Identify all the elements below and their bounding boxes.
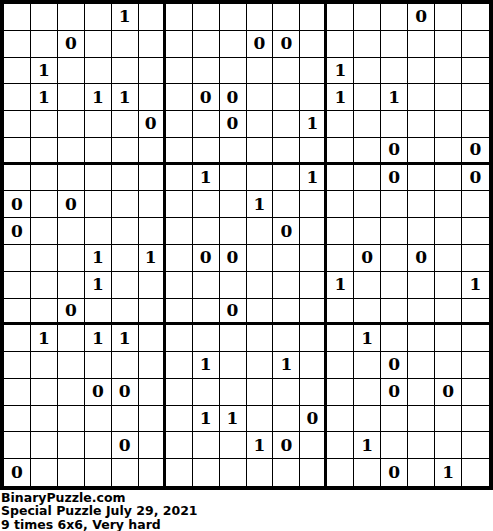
cell-r6c6[interactable] [166,165,193,192]
cell-r14c2[interactable] [58,379,85,406]
cell-r7c17[interactable] [462,191,489,218]
cell-r11c6[interactable] [166,299,193,326]
cell-r5c9[interactable] [247,138,274,165]
cell-r17c5[interactable] [139,459,166,486]
cell-r6c8[interactable] [220,165,247,192]
cell-r0c9[interactable] [247,4,274,31]
cell-r1c17[interactable] [462,31,489,58]
cell-r17c15[interactable] [408,459,435,486]
cell-r0c16[interactable] [435,4,462,31]
cell-r13c15[interactable] [408,352,435,379]
cell-r13c1[interactable] [31,352,58,379]
cell-r10c10[interactable] [273,272,300,299]
cell-r7c2-given: 0 [58,191,85,218]
cell-r8c14[interactable] [381,218,408,245]
cell-r0c1[interactable] [31,4,58,31]
cell-r8c3[interactable] [85,218,112,245]
cell-r2c16[interactable] [435,58,462,85]
cell-r4c0[interactable] [4,111,31,138]
cell-r10c5[interactable] [139,272,166,299]
cell-r12c8[interactable] [220,325,247,352]
cell-r0c4-given: 1 [112,4,139,31]
cell-r7c15[interactable] [408,191,435,218]
cell-r5c2[interactable] [58,138,85,165]
cell-r8c2[interactable] [58,218,85,245]
cell-r13c12[interactable] [327,352,354,379]
cell-r9c11[interactable] [300,245,327,272]
cell-r0c5[interactable] [139,4,166,31]
cell-r3c15[interactable] [408,84,435,111]
cell-r11c3[interactable] [85,299,112,326]
cell-r7c1[interactable] [31,191,58,218]
cell-r7c16[interactable] [435,191,462,218]
cell-r13c3[interactable] [85,352,112,379]
cell-r9c10[interactable] [273,245,300,272]
cell-r9c16[interactable] [435,245,462,272]
cell-r12c13-given: 1 [354,325,381,352]
cell-r2c17[interactable] [462,58,489,85]
cell-r0c6[interactable] [166,4,193,31]
cell-r5c16[interactable] [435,138,462,165]
cell-r9c2[interactable] [58,245,85,272]
cell-r14c12[interactable] [327,379,354,406]
cell-r6c10[interactable] [273,165,300,192]
cell-r12c1-given: 1 [31,325,58,352]
cell-r4c12[interactable] [327,111,354,138]
cell-r5c4[interactable] [112,138,139,165]
cell-r9c12[interactable] [327,245,354,272]
cell-r0c10[interactable] [273,4,300,31]
puzzle-caption: BinaryPuzzle.com Special Puzzle July 29,… [0,490,493,531]
cell-r3c11[interactable] [300,84,327,111]
cell-r14c9[interactable] [247,379,274,406]
cell-r12c17[interactable] [462,325,489,352]
cell-r15c8-given: 1 [220,406,247,433]
cell-r17c4[interactable] [112,459,139,486]
cell-r11c16[interactable] [435,299,462,326]
cell-r0c2[interactable] [58,4,85,31]
cell-r11c1[interactable] [31,299,58,326]
cell-r13c10-given: 1 [273,352,300,379]
cell-r17c6[interactable] [166,459,193,486]
cell-r14c7[interactable] [193,379,220,406]
cell-r0c13[interactable] [354,4,381,31]
cell-r12c3-given: 1 [85,325,112,352]
cell-r1c2-given: 0 [58,31,85,58]
cell-r9c6[interactable] [166,245,193,272]
cell-r12c15[interactable] [408,325,435,352]
cell-r1c0[interactable] [4,31,31,58]
cell-r9c15-given: 0 [408,245,435,272]
cell-r4c13[interactable] [354,111,381,138]
cell-r5c8[interactable] [220,138,247,165]
cell-r13c14-given: 0 [381,352,408,379]
cell-r17c1[interactable] [31,459,58,486]
cell-r3c2[interactable] [58,84,85,111]
cell-r8c13[interactable] [354,218,381,245]
cell-r8c15[interactable] [408,218,435,245]
cell-r3c10[interactable] [273,84,300,111]
cell-r6c17-given: 0 [462,165,489,192]
cell-r1c11[interactable] [300,31,327,58]
cell-r2c8[interactable] [220,58,247,85]
cell-r7c3[interactable] [85,191,112,218]
cell-r10c14[interactable] [381,272,408,299]
cell-r2c14[interactable] [381,58,408,85]
cell-r16c15[interactable] [408,432,435,459]
cell-r10c15[interactable] [408,272,435,299]
cell-r14c17[interactable] [462,379,489,406]
cell-r11c8-given: 0 [220,299,247,326]
cell-r3c16[interactable] [435,84,462,111]
cell-r17c11[interactable] [300,459,327,486]
cell-r2c1-given: 1 [31,58,58,85]
cell-r4c2[interactable] [58,111,85,138]
cell-r4c7[interactable] [193,111,220,138]
cell-r1c15[interactable] [408,31,435,58]
cell-r9c17[interactable] [462,245,489,272]
cell-r0c3[interactable] [85,4,112,31]
caption-difficulty: 9 times 6x6, Very hard [1,518,493,531]
cell-r4c14[interactable] [381,111,408,138]
cell-r17c10[interactable] [273,459,300,486]
cell-r5c17-given: 0 [462,138,489,165]
cell-r12c7[interactable] [193,325,220,352]
cell-r14c1[interactable] [31,379,58,406]
cell-r2c6[interactable] [166,58,193,85]
cell-r15c13[interactable] [354,406,381,433]
cell-r3c8-given: 0 [220,84,247,111]
cell-r7c5[interactable] [139,191,166,218]
cell-r13c9[interactable] [247,352,274,379]
cell-r8c5[interactable] [139,218,166,245]
cell-r1c7[interactable] [193,31,220,58]
cell-r2c10[interactable] [273,58,300,85]
cell-r13c6[interactable] [166,352,193,379]
cell-r1c16[interactable] [435,31,462,58]
cell-r1c6[interactable] [166,31,193,58]
cell-r16c1[interactable] [31,432,58,459]
cell-r8c9[interactable] [247,218,274,245]
cell-r17c3[interactable] [85,459,112,486]
cell-r6c12[interactable] [327,165,354,192]
cell-r7c7[interactable] [193,191,220,218]
cell-r17c2[interactable] [58,459,85,486]
cell-r0c17[interactable] [462,4,489,31]
cell-r11c5[interactable] [139,299,166,326]
cell-r17c17[interactable] [462,459,489,486]
cell-r15c16[interactable] [435,406,462,433]
cell-r6c16[interactable] [435,165,462,192]
cell-r5c3[interactable] [85,138,112,165]
cell-r6c15[interactable] [408,165,435,192]
cell-r7c12[interactable] [327,191,354,218]
cell-r14c5[interactable] [139,379,166,406]
cell-r13c8[interactable] [220,352,247,379]
cell-r11c7[interactable] [193,299,220,326]
cell-r8c7[interactable] [193,218,220,245]
cell-r17c12[interactable] [327,459,354,486]
cell-r12c10[interactable] [273,325,300,352]
puzzle-page: 1000011111001100100110000100110000111001… [0,0,493,531]
cell-r6c5[interactable] [139,165,166,192]
cell-r4c9[interactable] [247,111,274,138]
cell-r11c14[interactable] [381,299,408,326]
cell-r3c17[interactable] [462,84,489,111]
cell-r17c9[interactable] [247,459,274,486]
cell-r5c1[interactable] [31,138,58,165]
cell-r15c5[interactable] [139,406,166,433]
cell-r12c0[interactable] [4,325,31,352]
cell-r9c3-given: 1 [85,245,112,272]
cell-r10c4[interactable] [112,272,139,299]
cell-r13c13[interactable] [354,352,381,379]
cell-r5c13[interactable] [354,138,381,165]
cell-r7c8[interactable] [220,191,247,218]
cell-r11c17[interactable] [462,299,489,326]
cell-r11c13[interactable] [354,299,381,326]
cell-r15c4[interactable] [112,406,139,433]
cell-r14c13[interactable] [354,379,381,406]
cell-r11c15[interactable] [408,299,435,326]
cell-r7c10[interactable] [273,191,300,218]
cell-r6c0[interactable] [4,165,31,192]
cell-r14c11[interactable] [300,379,327,406]
cell-r5c15[interactable] [408,138,435,165]
cell-r8c6[interactable] [166,218,193,245]
cell-r0c11[interactable] [300,4,327,31]
cell-r14c15[interactable] [408,379,435,406]
cell-r7c6[interactable] [166,191,193,218]
cell-r8c16[interactable] [435,218,462,245]
cell-r10c8[interactable] [220,272,247,299]
cell-r1c5[interactable] [139,31,166,58]
cell-r11c4[interactable] [112,299,139,326]
cell-r2c3[interactable] [85,58,112,85]
cell-r10c13[interactable] [354,272,381,299]
cell-r9c0[interactable] [4,245,31,272]
cell-r16c8[interactable] [220,432,247,459]
cell-r8c11[interactable] [300,218,327,245]
cell-r10c7[interactable] [193,272,220,299]
cell-r6c2[interactable] [58,165,85,192]
cell-r3c0[interactable] [4,84,31,111]
cell-r8c1[interactable] [31,218,58,245]
cell-r6c13[interactable] [354,165,381,192]
cell-r15c10[interactable] [273,406,300,433]
cell-r9c9[interactable] [247,245,274,272]
cell-r15c2[interactable] [58,406,85,433]
cell-r3c1-given: 1 [31,84,58,111]
cell-r15c11-given: 0 [300,406,327,433]
cell-r1c14[interactable] [381,31,408,58]
cell-r9c14[interactable] [381,245,408,272]
cell-r13c5[interactable] [139,352,166,379]
cell-r16c14[interactable] [381,432,408,459]
cell-r14c10[interactable] [273,379,300,406]
cell-r13c16[interactable] [435,352,462,379]
cell-r6c1[interactable] [31,165,58,192]
cell-r12c2[interactable] [58,325,85,352]
cell-r12c4-given: 1 [112,325,139,352]
cell-r3c6[interactable] [166,84,193,111]
cell-r4c10[interactable] [273,111,300,138]
cell-r2c15[interactable] [408,58,435,85]
cell-r5c7[interactable] [193,138,220,165]
cell-r16c17[interactable] [462,432,489,459]
cell-r9c4[interactable] [112,245,139,272]
cell-r16c5[interactable] [139,432,166,459]
cell-r6c4[interactable] [112,165,139,192]
cell-r5c12[interactable] [327,138,354,165]
cell-r5c0[interactable] [4,138,31,165]
cell-r2c5[interactable] [139,58,166,85]
cell-r14c0[interactable] [4,379,31,406]
cell-r11c10[interactable] [273,299,300,326]
cell-r1c1[interactable] [31,31,58,58]
cell-r4c6[interactable] [166,111,193,138]
cell-r8c17[interactable] [462,218,489,245]
cell-r7c14[interactable] [381,191,408,218]
cell-r8c4[interactable] [112,218,139,245]
cell-r1c3[interactable] [85,31,112,58]
cell-r16c12[interactable] [327,432,354,459]
cell-r15c0[interactable] [4,406,31,433]
cell-r5c11[interactable] [300,138,327,165]
cell-r9c8-given: 0 [220,245,247,272]
cell-r1c8[interactable] [220,31,247,58]
cell-r13c11[interactable] [300,352,327,379]
cell-r15c14[interactable] [381,406,408,433]
cell-r2c13[interactable] [354,58,381,85]
cell-r7c13[interactable] [354,191,381,218]
cell-r5c6[interactable] [166,138,193,165]
cell-r17c8[interactable] [220,459,247,486]
cell-r2c4[interactable] [112,58,139,85]
cell-r16c3[interactable] [85,432,112,459]
cell-r0c0[interactable] [4,4,31,31]
cell-r8c12[interactable] [327,218,354,245]
cell-r10c1[interactable] [31,272,58,299]
cell-r4c1[interactable] [31,111,58,138]
cell-r16c2[interactable] [58,432,85,459]
caption-site: BinaryPuzzle.com [1,491,493,504]
cell-r4c17[interactable] [462,111,489,138]
cell-r10c17-given: 1 [462,272,489,299]
cell-r4c3[interactable] [85,111,112,138]
cell-r10c2[interactable] [58,272,85,299]
cell-r12c14[interactable] [381,325,408,352]
cell-r6c9[interactable] [247,165,274,192]
cell-r11c2-given: 0 [58,299,85,326]
cell-r7c11[interactable] [300,191,327,218]
cell-r15c9[interactable] [247,406,274,433]
cell-r10c6[interactable] [166,272,193,299]
cell-r14c8[interactable] [220,379,247,406]
cell-r14c3-given: 0 [85,379,112,406]
cell-r10c16[interactable] [435,272,462,299]
cell-r9c1[interactable] [31,245,58,272]
cell-r3c9[interactable] [247,84,274,111]
cell-r13c0[interactable] [4,352,31,379]
cell-r5c10[interactable] [273,138,300,165]
cell-r12c16[interactable] [435,325,462,352]
cell-r15c17[interactable] [462,406,489,433]
cell-r4c15[interactable] [408,111,435,138]
cell-r16c0[interactable] [4,432,31,459]
cell-r14c6[interactable] [166,379,193,406]
cell-r2c0[interactable] [4,58,31,85]
cell-r13c17[interactable] [462,352,489,379]
cell-r4c5-given: 0 [139,111,166,138]
cell-r16c7[interactable] [193,432,220,459]
cell-r15c12[interactable] [327,406,354,433]
cell-r2c2[interactable] [58,58,85,85]
cell-r1c13[interactable] [354,31,381,58]
cell-r8c8[interactable] [220,218,247,245]
cell-r10c12-given: 1 [327,272,354,299]
cell-r1c4[interactable] [112,31,139,58]
cell-r15c6[interactable] [166,406,193,433]
cell-r11c12[interactable] [327,299,354,326]
cell-r11c0[interactable] [4,299,31,326]
cell-r4c4[interactable] [112,111,139,138]
cell-r16c6[interactable] [166,432,193,459]
cell-r2c9[interactable] [247,58,274,85]
cell-r15c1[interactable] [31,406,58,433]
cell-r2c11[interactable] [300,58,327,85]
cell-r9c7-given: 0 [193,245,220,272]
cell-r13c4[interactable] [112,352,139,379]
cell-r12c9[interactable] [247,325,274,352]
cell-r2c7[interactable] [193,58,220,85]
cell-r0c12[interactable] [327,4,354,31]
cell-r13c7-given: 1 [193,352,220,379]
cell-r3c5[interactable] [139,84,166,111]
cell-r12c5[interactable] [139,325,166,352]
cell-r0c7[interactable] [193,4,220,31]
cell-r12c11[interactable] [300,325,327,352]
puzzle-board: 1000011111001100100110000100110000111001… [0,0,493,490]
cell-r12c12[interactable] [327,325,354,352]
cell-r13c2[interactable] [58,352,85,379]
cell-r10c3-given: 1 [85,272,112,299]
cell-r10c0[interactable] [4,272,31,299]
cell-r17c7[interactable] [193,459,220,486]
cell-r0c8[interactable] [220,4,247,31]
cell-r16c16[interactable] [435,432,462,459]
cell-r7c0-given: 0 [4,191,31,218]
cell-r4c16[interactable] [435,111,462,138]
cell-r11c9[interactable] [247,299,274,326]
cell-r6c3[interactable] [85,165,112,192]
cell-r11c11[interactable] [300,299,327,326]
cell-r0c14[interactable] [381,4,408,31]
cell-r15c15[interactable] [408,406,435,433]
cell-r5c5[interactable] [139,138,166,165]
cell-r8c0-given: 0 [4,218,31,245]
cell-r1c12[interactable] [327,31,354,58]
cell-r12c6[interactable] [166,325,193,352]
cell-r7c4[interactable] [112,191,139,218]
cell-r10c9[interactable] [247,272,274,299]
cell-r3c13[interactable] [354,84,381,111]
cell-r8c10-given: 0 [273,218,300,245]
cell-r10c11[interactable] [300,272,327,299]
cell-r17c13[interactable] [354,459,381,486]
cell-r15c3[interactable] [85,406,112,433]
cell-r16c11[interactable] [300,432,327,459]
